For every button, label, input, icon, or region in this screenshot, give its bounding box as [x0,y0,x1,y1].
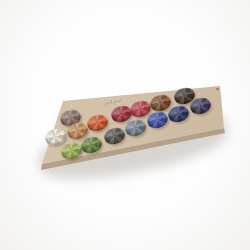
corner-mark [216,88,219,90]
photo-scene [0,0,250,250]
